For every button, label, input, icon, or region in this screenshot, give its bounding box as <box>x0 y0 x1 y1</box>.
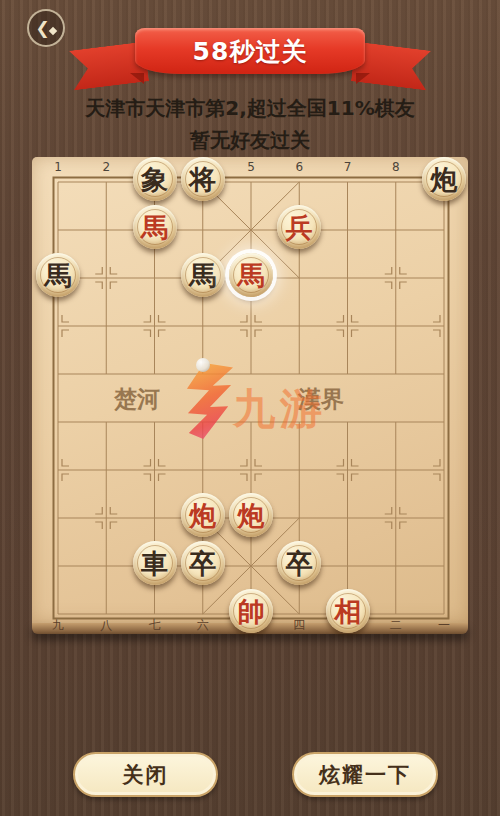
result-ribbon: 58秒过关 <box>135 28 365 74</box>
show-off-button[interactable]: 炫耀一下 <box>292 752 438 797</box>
file-label: 1 <box>54 160 62 174</box>
file-label: 一 <box>438 617 450 634</box>
file-label: 2 <box>102 160 110 174</box>
file-label: 7 <box>344 160 352 174</box>
watermark-pearl-icon <box>196 358 210 372</box>
file-label: 九 <box>52 617 64 634</box>
close-button-label: 关闭 <box>123 761 169 789</box>
file-label: 3 <box>151 160 159 174</box>
back-button[interactable]: ❮ <box>27 9 65 47</box>
back-diamond-icon <box>49 27 57 35</box>
file-label: 二 <box>390 617 402 634</box>
ribbon-title: 58秒过关 <box>193 35 308 68</box>
file-label: 6 <box>295 160 303 174</box>
file-labels-bottom: 九八七六五四三二一 <box>32 617 468 633</box>
rank-subtitle: 天津市天津市第2,超过全国11%棋友 <box>0 95 500 122</box>
file-label: 五 <box>245 617 257 634</box>
watermark-text: 九游 <box>233 381 327 437</box>
file-label: 4 <box>199 160 207 174</box>
file-label: 四 <box>293 617 305 634</box>
file-label: 八 <box>100 617 112 634</box>
back-chevron-icon: ❮ <box>35 20 49 37</box>
file-label: 七 <box>149 617 161 634</box>
file-label: 5 <box>247 160 255 174</box>
file-label: 9 <box>440 160 448 174</box>
file-label: 三 <box>342 617 354 634</box>
file-label: 六 <box>197 617 209 634</box>
show-off-button-label: 炫耀一下 <box>319 761 411 789</box>
xiangqi-result-screen: ❮ 58秒过关 天津市天津市第2,超过全国11%棋友 暂无好友过关 123456… <box>0 0 500 816</box>
friends-subtitle: 暂无好友过关 <box>0 127 500 154</box>
file-label: 8 <box>392 160 400 174</box>
close-button[interactable]: 关闭 <box>73 752 218 797</box>
